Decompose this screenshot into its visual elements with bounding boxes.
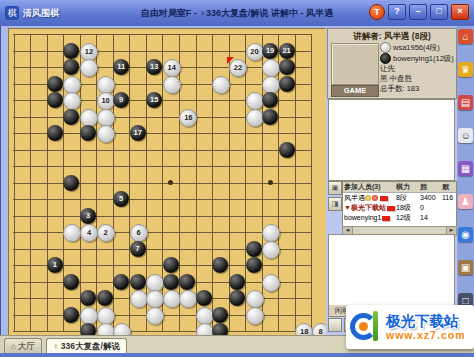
black-stone xyxy=(163,257,179,273)
grid-line xyxy=(13,216,312,217)
participant-row[interactable]: bowenying1 12级 14 xyxy=(343,213,456,223)
participant-rank: 18级 xyxy=(396,203,420,213)
black-stone-move-7: 7 xyxy=(130,241,146,257)
black-stone xyxy=(279,59,295,75)
chat-option-button-1[interactable] xyxy=(328,318,342,332)
white-stone-move-6: 6 xyxy=(130,224,148,242)
black-player-row: bowenying1(12级) xyxy=(380,53,455,64)
black-stone-move-17: 17 xyxy=(130,125,146,141)
black-stone-move-13: 13 xyxy=(146,59,162,75)
app-title: 清风围棋 xyxy=(23,7,59,20)
black-stone xyxy=(63,307,79,323)
white-stone xyxy=(262,241,280,259)
room-title: 自由对局室F - ♀336大复盘/解说 讲解中 - 风半遇 xyxy=(120,7,354,20)
chat-area[interactable] xyxy=(328,234,455,306)
grid-line xyxy=(229,34,230,332)
participant-row[interactable]: 风半遇 8段 3400 116 xyxy=(343,193,456,203)
tab-lobby[interactable]: ⌂ 大厅 xyxy=(4,338,42,354)
black-stone xyxy=(212,307,228,323)
black-stone xyxy=(130,274,146,290)
title-bar[interactable]: 棋 清风围棋 自由对局室F - ♀336大复盘/解说 讲解中 - 风半遇 T ?… xyxy=(0,0,474,26)
watermark-url: www.xz7.com xyxy=(386,329,465,341)
black-stone-move-19: 19 xyxy=(262,43,278,59)
white-stone-move-22: 22 xyxy=(229,59,247,77)
home-icon[interactable]: ⌂ xyxy=(458,29,473,44)
home-icon: ⌂ xyxy=(11,339,16,354)
participants-panel: ▣ ◨ 参加人员(3) 棋力 胜 败 风半遇 8段 3400 1 xyxy=(328,181,455,233)
white-stone xyxy=(97,76,115,94)
china-flag-icon xyxy=(387,206,395,211)
shop-icon[interactable]: ▤ xyxy=(458,95,473,110)
white-stone xyxy=(97,307,115,325)
black-stone xyxy=(163,274,179,290)
black-stone xyxy=(113,274,129,290)
watermark-logo: 极光下载站 www.xz7.com xyxy=(346,305,474,349)
black-stone xyxy=(279,76,295,92)
commentator-video-area xyxy=(331,43,379,85)
commentary-icon: ♀ xyxy=(53,339,59,354)
last-move-marker-icon xyxy=(227,57,234,64)
white-stone-move-2: 2 xyxy=(97,224,115,242)
result-label: 黑 中盘胜 xyxy=(380,74,455,84)
help-button[interactable]: ? xyxy=(388,4,406,20)
black-stone-move-11: 11 xyxy=(113,59,129,75)
white-stone-move-20: 20 xyxy=(246,43,264,61)
participant-name: 风半遇 xyxy=(344,193,365,203)
tab-replay-room-label: 336大复盘/解说 xyxy=(61,339,120,354)
black-stone xyxy=(196,290,212,306)
white-stone xyxy=(63,76,81,94)
white-stone xyxy=(163,290,181,308)
black-stone xyxy=(80,290,96,306)
black-stone xyxy=(47,92,63,108)
white-stone xyxy=(146,307,164,325)
participant-row[interactable]: ▼极光下载站 18级 0 xyxy=(343,203,456,213)
black-stone xyxy=(179,274,195,290)
lobby-icon-strip: ⌂♛▤☺▦♟◉▣□ xyxy=(457,26,474,335)
app-logo-icon: 棋 xyxy=(5,6,19,20)
grid-line xyxy=(13,199,312,200)
grid-line xyxy=(13,331,312,332)
white-stone-move-12: 12 xyxy=(80,43,98,61)
white-stone-move-16: 16 xyxy=(179,109,197,127)
black-stone xyxy=(229,274,245,290)
black-stone-move-15: 15 xyxy=(146,92,162,108)
black-stone-move-9: 9 xyxy=(113,92,129,108)
watermark-site-name: 极光下载站 xyxy=(386,313,465,329)
white-stone xyxy=(146,274,164,292)
black-stone-icon xyxy=(380,53,391,64)
participant-losses: 116 xyxy=(442,193,456,203)
white-stone xyxy=(163,76,181,94)
white-stone xyxy=(246,290,264,308)
star-point xyxy=(268,180,273,185)
black-stone-move-3: 3 xyxy=(80,208,96,224)
app-window: 棋 清风围棋 自由对局室F - ♀336大复盘/解说 讲解中 - 风半遇 T ?… xyxy=(0,0,474,357)
grid-line xyxy=(245,34,246,332)
handicap-label: 让先 xyxy=(380,64,455,74)
shark-icon[interactable]: ◉ xyxy=(458,227,473,242)
window-bottom-edge xyxy=(0,353,474,357)
white-stone-move-14: 14 xyxy=(163,59,181,77)
white-stone xyxy=(262,59,280,77)
grid-line xyxy=(311,34,312,332)
col-wins: 胜 xyxy=(420,182,442,192)
black-stone xyxy=(63,274,79,290)
commentator-header: 讲解者: 风半遇 (8段) xyxy=(328,29,456,43)
white-player-row: wsa1956(4段) xyxy=(380,42,455,53)
white-stone-icon xyxy=(380,42,391,53)
game-info-box: 讲解者: 风半遇 (8段) GAME wsa1956(4段) bowenying… xyxy=(327,28,457,99)
minimize-button[interactable]: – xyxy=(409,4,427,20)
participants-header: 参加人员(3) 棋力 胜 败 xyxy=(343,182,456,193)
participant-rank: 8段 xyxy=(396,193,420,203)
black-stone xyxy=(246,241,262,257)
black-stone xyxy=(97,290,113,306)
black-player-name: bowenying1(12级) xyxy=(393,54,454,64)
col-participants: 参加人员(3) xyxy=(343,182,396,192)
white-stone xyxy=(262,224,280,242)
white-stone xyxy=(97,125,115,143)
white-player-name: wsa1956(4段) xyxy=(393,43,440,53)
black-stone xyxy=(262,109,278,125)
china-flag-icon xyxy=(380,196,388,201)
grid-line xyxy=(196,34,197,332)
white-stone xyxy=(97,109,115,127)
black-stone xyxy=(262,92,278,108)
black-stone xyxy=(212,257,228,273)
maximize-button[interactable]: □ xyxy=(430,4,448,20)
barrel-icon[interactable]: ▣ xyxy=(458,260,473,275)
white-stone xyxy=(80,109,98,127)
col-rank: 棋力 xyxy=(396,182,420,192)
white-stone-move-4: 4 xyxy=(80,224,98,242)
participant-rank: 12级 xyxy=(396,213,420,223)
star-point xyxy=(168,180,173,185)
china-flag-icon xyxy=(382,216,390,221)
watermark-c-icon xyxy=(349,310,383,344)
black-stone-move-5: 5 xyxy=(113,191,129,207)
participant-wins: 14 xyxy=(420,213,442,223)
participant-name: ▼极光下载站 xyxy=(344,203,386,213)
white-stone-move-10: 10 xyxy=(97,92,115,110)
black-stone xyxy=(47,125,63,141)
white-stone xyxy=(262,76,280,94)
list-tool-button-2[interactable]: ◨ xyxy=(328,197,342,211)
black-stone xyxy=(279,142,295,158)
commentary-text-area[interactable] xyxy=(328,99,455,181)
black-stone xyxy=(246,257,262,273)
black-stone xyxy=(63,175,79,191)
friends-icon[interactable]: ♟ xyxy=(458,194,473,209)
total-moves-label: 总手数: 183 xyxy=(380,84,455,94)
right-panel: 讲解者: 风半遇 (8段) GAME wsa1956(4段) bowenying… xyxy=(326,28,457,335)
participant-name: bowenying1 xyxy=(344,213,381,223)
participants-table[interactable]: 参加人员(3) 棋力 胜 败 风半遇 8段 3400 116 ▼极光下载站 xyxy=(342,181,457,227)
hotline-badge-icon[interactable]: T xyxy=(369,4,385,20)
white-stone xyxy=(212,76,230,94)
black-stone xyxy=(63,109,79,125)
white-stone xyxy=(80,59,98,77)
black-stone-move-21: 21 xyxy=(279,43,295,59)
black-stone xyxy=(63,43,79,59)
tab-replay-room[interactable]: ♀ 336大复盘/解说 xyxy=(46,338,127,354)
black-stone xyxy=(47,76,63,92)
list-tool-button-1[interactable]: ▣ xyxy=(328,181,342,195)
col-losses: 败 xyxy=(442,182,456,192)
close-button[interactable]: × xyxy=(451,4,469,20)
crown-icon[interactable]: ♛ xyxy=(458,62,473,77)
black-stone xyxy=(80,125,96,141)
black-stone-move-1: 1 xyxy=(47,257,63,273)
white-stone xyxy=(262,274,280,292)
white-stone xyxy=(246,109,264,127)
robot-icon[interactable]: ☺ xyxy=(458,128,473,143)
white-stone xyxy=(246,307,264,325)
black-stone xyxy=(63,59,79,75)
participant-wins: 3400 xyxy=(420,193,442,203)
white-stone xyxy=(246,92,264,110)
grid-line xyxy=(295,34,296,332)
medal-icon xyxy=(365,195,371,201)
participant-wins: 0 xyxy=(420,203,442,213)
white-stone xyxy=(130,290,148,308)
game-label: GAME xyxy=(331,85,379,97)
vip-medal-icon xyxy=(372,195,378,201)
tab-lobby-label: 大厅 xyxy=(18,339,35,354)
arcade-icon[interactable]: ▦ xyxy=(458,161,473,176)
white-stone xyxy=(80,307,98,325)
black-stone xyxy=(229,290,245,306)
white-stone xyxy=(196,307,214,325)
goban[interactable]: 12201921111314221091516175342671188 xyxy=(8,28,327,337)
